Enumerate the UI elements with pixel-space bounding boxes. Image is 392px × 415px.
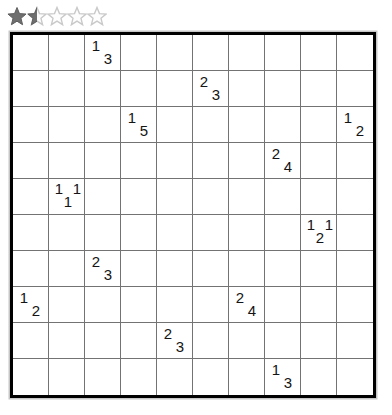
cell-r7c2[interactable] (49, 251, 85, 287)
star-icon-empty (87, 6, 107, 27)
cell-r2c8[interactable] (265, 71, 301, 107)
cell-r5c2-clue: 111 (49, 179, 85, 215)
cell-r10c5[interactable] (157, 359, 193, 395)
cell-r3c4-clue: 15 (121, 107, 157, 143)
cell-r3c9[interactable] (301, 107, 337, 143)
star-icon-full (7, 6, 27, 27)
cell-r4c6[interactable] (193, 143, 229, 179)
cell-r2c10[interactable] (337, 71, 373, 107)
cell-r5c4[interactable] (121, 179, 157, 215)
cell-r6c6[interactable] (193, 215, 229, 251)
cell-r9c10[interactable] (337, 323, 373, 359)
cell-r8c6[interactable] (193, 287, 229, 323)
cell-r10c3[interactable] (85, 359, 121, 395)
cell-r7c8[interactable] (265, 251, 301, 287)
cell-r4c7[interactable] (229, 143, 265, 179)
clue-value: 3 (174, 339, 186, 354)
cell-r2c5[interactable] (157, 71, 193, 107)
cell-r4c1[interactable] (13, 143, 49, 179)
cell-r2c7[interactable] (229, 71, 265, 107)
cell-r1c4[interactable] (121, 35, 157, 71)
cell-r5c10[interactable] (337, 179, 373, 215)
clue-value: 1 (323, 217, 335, 232)
cell-r1c6[interactable] (193, 35, 229, 71)
clue-value: 5 (138, 123, 150, 138)
clue-value: 1 (62, 194, 74, 209)
cell-r4c2[interactable] (49, 143, 85, 179)
clue-value: 2 (162, 326, 174, 341)
cell-r10c6[interactable] (193, 359, 229, 395)
cell-r8c4[interactable] (121, 287, 157, 323)
difficulty-rating (7, 6, 107, 27)
clue-value: 3 (102, 267, 114, 282)
star-icon-empty (67, 6, 87, 27)
clue-value: 1 (126, 110, 138, 125)
cell-r8c10[interactable] (337, 287, 373, 323)
cell-r10c4[interactable] (121, 359, 157, 395)
cell-r6c1[interactable] (13, 215, 49, 251)
cell-r8c1-clue: 12 (13, 287, 49, 323)
tapa-board: 13231512241111122312242313 (10, 32, 376, 398)
clue-value: 1 (71, 181, 83, 196)
clue-value: 1 (342, 110, 354, 125)
clue-value: 2 (270, 146, 282, 161)
cell-r1c8[interactable] (265, 35, 301, 71)
cell-r6c10[interactable] (337, 215, 373, 251)
cell-r3c3[interactable] (85, 107, 121, 143)
cell-r9c8[interactable] (265, 323, 301, 359)
cell-r10c1[interactable] (13, 359, 49, 395)
cell-r8c3[interactable] (85, 287, 121, 323)
cell-r4c9[interactable] (301, 143, 337, 179)
cell-r2c6-clue: 23 (193, 71, 229, 107)
cell-r7c7[interactable] (229, 251, 265, 287)
clue-value: 3 (102, 51, 114, 66)
cell-r9c6[interactable] (193, 323, 229, 359)
cell-r5c8[interactable] (265, 179, 301, 215)
cell-r3c7[interactable] (229, 107, 265, 143)
cell-r7c4[interactable] (121, 251, 157, 287)
cell-r4c4[interactable] (121, 143, 157, 179)
clue-value: 2 (30, 303, 42, 318)
clue-value: 1 (18, 290, 30, 305)
cell-r1c5[interactable] (157, 35, 193, 71)
star-icon-empty (47, 6, 67, 27)
cell-r3c6[interactable] (193, 107, 229, 143)
cell-r6c3[interactable] (85, 215, 121, 251)
cell-r3c10-clue: 12 (337, 107, 373, 143)
cell-r2c1[interactable] (13, 71, 49, 107)
cell-r1c1[interactable] (13, 35, 49, 71)
cell-r6c4[interactable] (121, 215, 157, 251)
cell-r8c2[interactable] (49, 287, 85, 323)
clue-value: 2 (90, 254, 102, 269)
cell-r2c3[interactable] (85, 71, 121, 107)
clue-value: 2 (198, 74, 210, 89)
cell-r8c9[interactable] (301, 287, 337, 323)
cell-r2c9[interactable] (301, 71, 337, 107)
clue-value: 1 (305, 217, 317, 232)
cell-r4c10[interactable] (337, 143, 373, 179)
cell-r1c9[interactable] (301, 35, 337, 71)
cell-r6c7[interactable] (229, 215, 265, 251)
cell-r5c7[interactable] (229, 179, 265, 215)
cell-r7c3-clue: 23 (85, 251, 121, 287)
clue-value: 1 (53, 181, 65, 196)
cell-r4c5[interactable] (157, 143, 193, 179)
cell-r10c10[interactable] (337, 359, 373, 395)
cell-r9c7[interactable] (229, 323, 265, 359)
cell-r7c5[interactable] (157, 251, 193, 287)
cell-r1c2[interactable] (49, 35, 85, 71)
cell-r9c5-clue: 23 (157, 323, 193, 359)
cell-r10c2[interactable] (49, 359, 85, 395)
clue-value: 3 (210, 87, 222, 102)
cell-r5c6[interactable] (193, 179, 229, 215)
clue-value: 1 (90, 38, 102, 53)
cell-r2c2[interactable] (49, 71, 85, 107)
clue-value: 4 (246, 303, 258, 318)
cell-r7c6[interactable] (193, 251, 229, 287)
board-wrapper: 13231512241111122312242313 (10, 32, 376, 398)
cell-r1c7[interactable] (229, 35, 265, 71)
cell-r9c3[interactable] (85, 323, 121, 359)
cell-r8c8[interactable] (265, 287, 301, 323)
cell-r5c9[interactable] (301, 179, 337, 215)
cell-r6c5[interactable] (157, 215, 193, 251)
clue-value: 2 (234, 290, 246, 305)
cell-r6c8[interactable] (265, 215, 301, 251)
cell-r4c8-clue: 24 (265, 143, 301, 179)
cell-r5c1[interactable] (13, 179, 49, 215)
cell-r9c9[interactable] (301, 323, 337, 359)
cell-r6c2[interactable] (49, 215, 85, 251)
cell-r1c10[interactable] (337, 35, 373, 71)
cell-r9c2[interactable] (49, 323, 85, 359)
clue-value: 3 (282, 375, 294, 390)
clue-value: 1 (270, 362, 282, 377)
cell-r2c4[interactable] (121, 71, 157, 107)
cell-r10c7[interactable] (229, 359, 265, 395)
clue-value: 2 (314, 230, 326, 245)
cell-r5c5[interactable] (157, 179, 193, 215)
cell-r8c7-clue: 24 (229, 287, 265, 323)
cell-r9c1[interactable] (13, 323, 49, 359)
cell-r4c3[interactable] (85, 143, 121, 179)
cell-r3c2[interactable] (49, 107, 85, 143)
clue-value: 2 (354, 123, 366, 138)
cell-r7c9[interactable] (301, 251, 337, 287)
cell-r5c3[interactable] (85, 179, 121, 215)
cell-r3c5[interactable] (157, 107, 193, 143)
cell-r7c10[interactable] (337, 251, 373, 287)
cell-r10c8-clue: 13 (265, 359, 301, 395)
cell-r3c1[interactable] (13, 107, 49, 143)
cell-r8c5[interactable] (157, 287, 193, 323)
cell-r7c1[interactable] (13, 251, 49, 287)
cell-r1c3-clue: 13 (85, 35, 121, 71)
star-icon-half (27, 6, 47, 27)
cell-r9c4[interactable] (121, 323, 157, 359)
cell-r3c8[interactable] (265, 107, 301, 143)
cell-r6c9-clue: 112 (301, 215, 337, 251)
cell-r10c9[interactable] (301, 359, 337, 395)
clue-value: 4 (282, 159, 294, 174)
